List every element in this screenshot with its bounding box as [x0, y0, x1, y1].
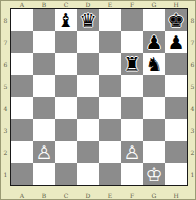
square-e8[interactable]: [99, 9, 121, 31]
white-pawn-b5[interactable]: ♙: [35, 75, 52, 97]
square-g3[interactable]: [143, 119, 165, 141]
square-e1[interactable]: [99, 163, 121, 185]
square-e5[interactable]: [99, 75, 121, 97]
chess-diagram: ABCDEFGH ABCDEFGH 87654321 87654321 ♝♛♚♕…: [0, 0, 196, 200]
white-bishop-d5[interactable]: ♗: [79, 75, 96, 97]
board-frame: ♝♛♚♕♟♟♙♜♞♙♗♙♙♙♙♖♔: [10, 8, 188, 186]
square-g8[interactable]: [143, 9, 165, 31]
square-a5[interactable]: [11, 75, 33, 97]
square-g7[interactable]: ♟: [143, 31, 165, 53]
square-e6[interactable]: [99, 53, 121, 75]
white-queen-f7[interactable]: ♕: [123, 31, 140, 53]
rank-label-left-7: 7: [1, 31, 10, 53]
black-knight-g6[interactable]: ♞: [145, 53, 162, 75]
black-rook-f6[interactable]: ♜: [123, 53, 140, 75]
square-c5[interactable]: [55, 75, 77, 97]
square-a6[interactable]: [11, 53, 33, 75]
square-g6[interactable]: ♞: [143, 53, 165, 75]
black-bishop-c8[interactable]: ♝: [57, 9, 74, 31]
rank-label-left-3: 3: [1, 119, 10, 141]
square-d3[interactable]: [77, 119, 99, 141]
white-pawn-f2[interactable]: ♙: [123, 141, 140, 163]
rank-label-left-2: 2: [1, 141, 10, 163]
rank-label-left-5: 5: [1, 75, 10, 97]
square-g4[interactable]: [143, 97, 165, 119]
square-e2[interactable]: [99, 141, 121, 163]
rank-label-right-3: 3: [188, 119, 196, 141]
square-b8[interactable]: [33, 9, 55, 31]
square-h2[interactable]: [165, 141, 187, 163]
file-label-top-a: A: [11, 1, 33, 8]
square-b6[interactable]: [33, 53, 55, 75]
white-pawn-b2[interactable]: ♙: [35, 141, 52, 163]
square-c8[interactable]: ♝: [55, 9, 77, 31]
square-d8[interactable]: ♛: [77, 9, 99, 31]
square-b2[interactable]: ♙: [33, 141, 55, 163]
rank-label-left-1: 1: [1, 163, 10, 185]
square-f8[interactable]: [121, 9, 143, 31]
square-a7[interactable]: [11, 31, 33, 53]
white-pawn-h3[interactable]: ♙: [167, 119, 184, 141]
square-h7[interactable]: ♟: [165, 31, 187, 53]
file-label-bottom-h: H: [165, 192, 187, 199]
file-label-bottom-g: G: [143, 192, 165, 199]
rank-label-right-7: 7: [188, 31, 196, 53]
file-label-bottom-c: C: [55, 192, 77, 199]
square-h8[interactable]: ♚: [165, 9, 187, 31]
rank-label-right-5: 5: [188, 75, 196, 97]
rank-label-right-1: 1: [188, 163, 196, 185]
square-b1[interactable]: [33, 163, 55, 185]
file-label-bottom-d: D: [77, 192, 99, 199]
rank-label-right-4: 4: [188, 97, 196, 119]
square-a2[interactable]: [11, 141, 33, 163]
square-a4[interactable]: [11, 97, 33, 119]
square-b3[interactable]: [33, 119, 55, 141]
square-e3[interactable]: [99, 119, 121, 141]
square-b7[interactable]: [33, 31, 55, 53]
rank-labels-left: 87654321: [1, 9, 10, 185]
square-a1[interactable]: [11, 163, 33, 185]
file-label-top-c: C: [55, 1, 77, 8]
file-label-top-b: B: [33, 1, 55, 8]
square-h4[interactable]: [165, 97, 187, 119]
rank-label-left-6: 6: [1, 53, 10, 75]
file-label-top-h: H: [165, 1, 187, 8]
white-pawn-g2[interactable]: ♙: [145, 141, 162, 163]
square-c6[interactable]: ♙: [55, 53, 77, 75]
square-d4[interactable]: [77, 97, 99, 119]
square-d5[interactable]: ♗: [77, 75, 99, 97]
square-b4[interactable]: [33, 97, 55, 119]
chess-board: ♝♛♚♕♟♟♙♜♞♙♗♙♙♙♙♖♔: [11, 9, 187, 185]
rank-label-left-4: 4: [1, 97, 10, 119]
square-f6[interactable]: ♜: [121, 53, 143, 75]
square-f7[interactable]: ♕: [121, 31, 143, 53]
file-label-top-f: F: [121, 1, 143, 8]
square-c3[interactable]: [55, 119, 77, 141]
square-f2[interactable]: ♙: [121, 141, 143, 163]
square-c7[interactable]: [55, 31, 77, 53]
file-labels-top: ABCDEFGH: [11, 1, 187, 8]
square-d6[interactable]: [77, 53, 99, 75]
square-h5[interactable]: [165, 75, 187, 97]
square-h3[interactable]: ♙: [165, 119, 187, 141]
square-d2[interactable]: [77, 141, 99, 163]
square-g5[interactable]: [143, 75, 165, 97]
square-f1[interactable]: [121, 163, 143, 185]
file-label-bottom-b: B: [33, 192, 55, 199]
white-pawn-c6[interactable]: ♙: [57, 53, 74, 75]
square-c2[interactable]: [55, 141, 77, 163]
file-label-top-g: G: [143, 1, 165, 8]
square-f5[interactable]: [121, 75, 143, 97]
square-g1[interactable]: ♔: [143, 163, 165, 185]
square-f3[interactable]: [121, 119, 143, 141]
file-label-bottom-e: E: [99, 192, 121, 199]
square-b5[interactable]: ♙: [33, 75, 55, 97]
white-king-g1[interactable]: ♔: [145, 163, 162, 185]
rank-label-right-2: 2: [188, 141, 196, 163]
white-rook-d1[interactable]: ♖: [79, 163, 96, 185]
square-h1[interactable]: [165, 163, 187, 185]
file-labels-bottom: ABCDEFGH: [11, 189, 187, 200]
rank-labels-right: 87654321: [188, 9, 196, 185]
black-king-h8[interactable]: ♚: [167, 9, 184, 31]
black-pawn-h7[interactable]: ♟: [167, 31, 184, 53]
black-pawn-g7[interactable]: ♟: [145, 31, 162, 53]
square-f4[interactable]: [121, 97, 143, 119]
rank-label-right-8: 8: [188, 9, 196, 31]
square-a3[interactable]: [11, 119, 33, 141]
black-queen-d8[interactable]: ♛: [79, 9, 96, 31]
square-h6[interactable]: [165, 53, 187, 75]
square-a8[interactable]: [11, 9, 33, 31]
square-e4[interactable]: [99, 97, 121, 119]
rank-label-left-8: 8: [1, 9, 10, 31]
square-g2[interactable]: ♙: [143, 141, 165, 163]
square-e7[interactable]: [99, 31, 121, 53]
rank-label-right-6: 6: [188, 53, 196, 75]
square-c4[interactable]: [55, 97, 77, 119]
square-d1[interactable]: ♖: [77, 163, 99, 185]
file-label-bottom-f: F: [121, 192, 143, 199]
square-d7[interactable]: [77, 31, 99, 53]
file-label-bottom-a: A: [11, 192, 33, 199]
file-label-top-e: E: [99, 1, 121, 8]
square-c1[interactable]: [55, 163, 77, 185]
file-label-top-d: D: [77, 1, 99, 8]
